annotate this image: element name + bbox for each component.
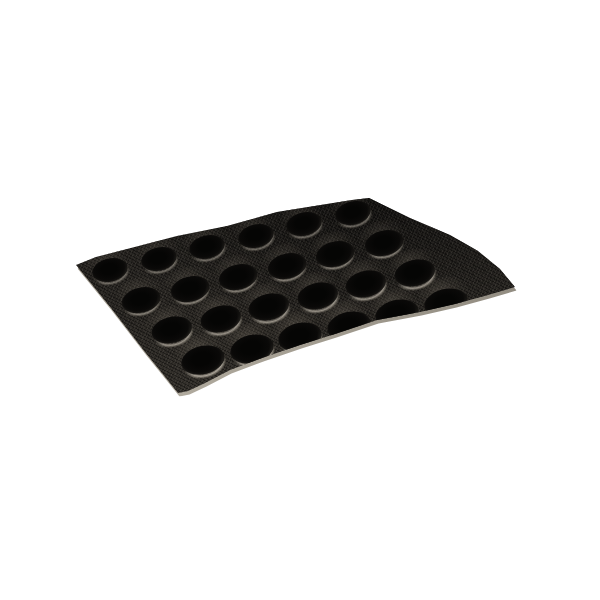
mold-cavity <box>138 243 178 274</box>
mold-cavity <box>227 330 276 367</box>
mold-surface <box>0 0 600 600</box>
mold-cavity <box>284 209 324 240</box>
baking-mold <box>0 0 600 600</box>
mold-cavity <box>187 232 227 263</box>
mold-cavity <box>276 319 325 356</box>
mold-cavity <box>178 341 227 378</box>
mold-cavity <box>90 255 130 286</box>
product-photo: Black micro-perforated woven silicone ba… <box>0 0 600 600</box>
mold-cavity <box>333 198 373 229</box>
mold-cavity <box>236 220 276 251</box>
